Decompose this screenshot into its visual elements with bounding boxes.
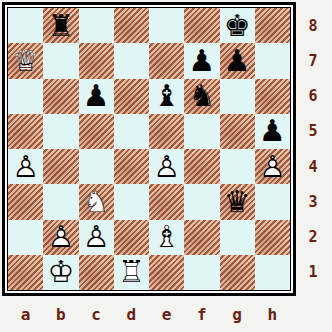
black-king[interactable]: ♚ — [220, 8, 255, 43]
white-pawn[interactable]: ♟♙ — [149, 149, 184, 184]
rank-label-2: 2 — [299, 220, 327, 255]
piece-glyph: ♚ — [220, 8, 255, 43]
white-pawn[interactable]: ♟♙ — [8, 149, 43, 184]
square-g2[interactable] — [220, 220, 255, 255]
rank-label-7: 7 — [299, 43, 327, 78]
square-c8[interactable] — [79, 8, 114, 43]
square-e2[interactable]: ♝♗ — [149, 220, 184, 255]
square-a3[interactable] — [8, 184, 43, 219]
piece-outline: ♙ — [79, 220, 114, 255]
square-h5[interactable]: ♟ — [255, 114, 290, 149]
square-d2[interactable] — [114, 220, 149, 255]
square-h2[interactable] — [255, 220, 290, 255]
square-g3[interactable]: ♛ — [220, 184, 255, 219]
square-g7[interactable]: ♟ — [220, 43, 255, 78]
piece-outline: ♙ — [8, 149, 43, 184]
piece-glyph: ♞ — [184, 79, 219, 114]
square-a4[interactable]: ♟♙ — [8, 149, 43, 184]
square-h1[interactable] — [255, 255, 290, 290]
rank-label-3: 3 — [299, 184, 327, 219]
square-d8[interactable] — [114, 8, 149, 43]
square-h4[interactable]: ♟♙ — [255, 149, 290, 184]
file-label-g: g — [220, 301, 255, 327]
file-coordinate-labels: abcdefgh — [8, 301, 290, 327]
white-pawn[interactable]: ♟♙ — [79, 220, 114, 255]
square-a1[interactable] — [8, 255, 43, 290]
black-pawn[interactable]: ♟ — [184, 43, 219, 78]
square-b5[interactable] — [43, 114, 78, 149]
square-b1[interactable]: ♚♔ — [43, 255, 78, 290]
square-f3[interactable] — [184, 184, 219, 219]
white-pawn[interactable]: ♟♙ — [43, 220, 78, 255]
piece-glyph: ♝ — [149, 79, 184, 114]
piece-outline: ♙ — [255, 149, 290, 184]
square-g5[interactable] — [220, 114, 255, 149]
rank-label-8: 8 — [299, 8, 327, 43]
rank-coordinate-labels: 87654321 — [299, 8, 327, 290]
square-f8[interactable] — [184, 8, 219, 43]
piece-glyph: ♛ — [220, 184, 255, 219]
square-h3[interactable] — [255, 184, 290, 219]
square-d3[interactable] — [114, 184, 149, 219]
file-label-c: c — [79, 301, 114, 327]
square-h6[interactable] — [255, 79, 290, 114]
square-e3[interactable] — [149, 184, 184, 219]
chess-board-inner-border: ♜♚♛♕♟♟♟♝♞♟♟♙♟♙♟♙♞♘♛♟♙♟♙♝♗♚♔♜♖ — [7, 7, 291, 291]
square-a5[interactable] — [8, 114, 43, 149]
square-b8[interactable]: ♜ — [43, 8, 78, 43]
square-e7[interactable] — [149, 43, 184, 78]
piece-glyph: ♟ — [220, 43, 255, 78]
white-rook[interactable]: ♜♖ — [114, 255, 149, 290]
square-f1[interactable] — [184, 255, 219, 290]
square-c1[interactable] — [79, 255, 114, 290]
piece-glyph: ♟ — [255, 114, 290, 149]
square-d6[interactable] — [114, 79, 149, 114]
black-pawn[interactable]: ♟ — [79, 79, 114, 114]
square-b2[interactable]: ♟♙ — [43, 220, 78, 255]
square-e8[interactable] — [149, 8, 184, 43]
square-f5[interactable] — [184, 114, 219, 149]
piece-glyph: ♜ — [43, 8, 78, 43]
rank-label-4: 4 — [299, 149, 327, 184]
square-h7[interactable] — [255, 43, 290, 78]
square-e5[interactable] — [149, 114, 184, 149]
white-king[interactable]: ♚♔ — [43, 255, 78, 290]
chess-diagram-screen: ♜♚♛♕♟♟♟♝♞♟♟♙♟♙♟♙♞♘♛♟♙♟♙♝♗♚♔♜♖ abcdefgh 8… — [0, 0, 332, 332]
black-bishop[interactable]: ♝ — [149, 79, 184, 114]
square-f4[interactable] — [184, 149, 219, 184]
square-c6[interactable]: ♟ — [79, 79, 114, 114]
square-e4[interactable]: ♟♙ — [149, 149, 184, 184]
chess-board-frame: ♜♚♛♕♟♟♟♝♞♟♟♙♟♙♟♙♞♘♛♟♙♟♙♝♗♚♔♜♖ — [2, 2, 296, 296]
square-c7[interactable] — [79, 43, 114, 78]
square-b3[interactable] — [43, 184, 78, 219]
rank-label-1: 1 — [299, 255, 327, 290]
square-a6[interactable] — [8, 79, 43, 114]
file-label-b: b — [43, 301, 78, 327]
piece-outline: ♙ — [43, 220, 78, 255]
black-knight[interactable]: ♞ — [184, 79, 219, 114]
square-c5[interactable] — [79, 114, 114, 149]
square-g6[interactable] — [220, 79, 255, 114]
square-c2[interactable]: ♟♙ — [79, 220, 114, 255]
piece-glyph: ♟ — [184, 43, 219, 78]
square-h8[interactable] — [255, 8, 290, 43]
chess-board: ♜♚♛♕♟♟♟♝♞♟♟♙♟♙♟♙♞♘♛♟♙♟♙♝♗♚♔♜♖ — [8, 8, 290, 290]
square-f6[interactable]: ♞ — [184, 79, 219, 114]
square-e6[interactable]: ♝ — [149, 79, 184, 114]
rank-label-6: 6 — [299, 79, 327, 114]
black-pawn[interactable]: ♟ — [220, 43, 255, 78]
square-a2[interactable] — [8, 220, 43, 255]
square-d5[interactable] — [114, 114, 149, 149]
square-c3[interactable]: ♞♘ — [79, 184, 114, 219]
square-b7[interactable] — [43, 43, 78, 78]
file-label-d: d — [114, 301, 149, 327]
white-pawn[interactable]: ♟♙ — [255, 149, 290, 184]
square-c4[interactable] — [79, 149, 114, 184]
square-b6[interactable] — [43, 79, 78, 114]
square-a7[interactable]: ♛♕ — [8, 43, 43, 78]
square-g8[interactable]: ♚ — [220, 8, 255, 43]
piece-outline: ♗ — [149, 220, 184, 255]
black-queen[interactable]: ♛ — [220, 184, 255, 219]
file-label-h: h — [255, 301, 290, 327]
square-e1[interactable] — [149, 255, 184, 290]
square-g4[interactable] — [220, 149, 255, 184]
piece-outline: ♖ — [114, 255, 149, 290]
piece-outline: ♔ — [43, 255, 78, 290]
square-d7[interactable] — [114, 43, 149, 78]
square-d1[interactable]: ♜♖ — [114, 255, 149, 290]
piece-outline: ♘ — [79, 184, 114, 219]
black-pawn[interactable]: ♟ — [255, 114, 290, 149]
white-bishop[interactable]: ♝♗ — [149, 220, 184, 255]
white-knight[interactable]: ♞♘ — [79, 184, 114, 219]
white-queen[interactable]: ♛♕ — [8, 43, 43, 78]
piece-outline: ♕ — [8, 43, 43, 78]
square-b4[interactable] — [43, 149, 78, 184]
file-label-e: e — [149, 301, 184, 327]
rank-label-5: 5 — [299, 114, 327, 149]
square-d4[interactable] — [114, 149, 149, 184]
square-g1[interactable] — [220, 255, 255, 290]
square-f7[interactable]: ♟ — [184, 43, 219, 78]
file-label-f: f — [184, 301, 219, 327]
piece-outline: ♙ — [149, 149, 184, 184]
square-a8[interactable] — [8, 8, 43, 43]
black-rook[interactable]: ♜ — [43, 8, 78, 43]
square-f2[interactable] — [184, 220, 219, 255]
file-label-a: a — [8, 301, 43, 327]
piece-glyph: ♟ — [79, 79, 114, 114]
